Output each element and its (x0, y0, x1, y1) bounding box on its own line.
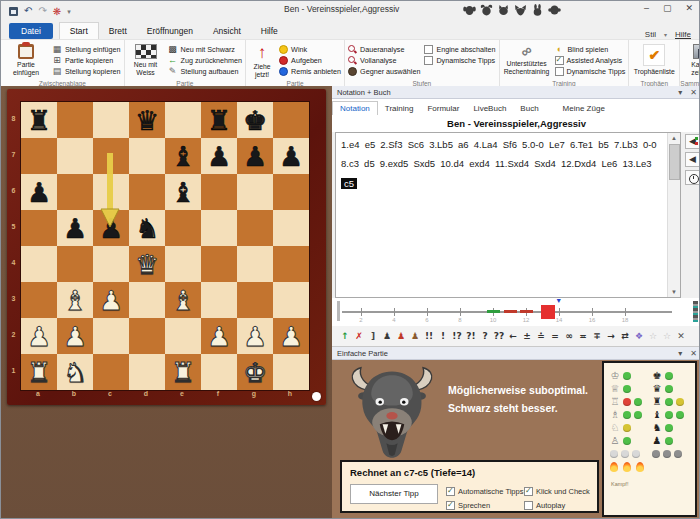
annotation-symbol-22[interactable]: ☆ (646, 331, 660, 341)
rechentraining-button[interactable]: ∞ Unterstütztes Rechentraining (503, 42, 551, 77)
checkbox-checked-icon (524, 487, 533, 496)
status-dot-green (634, 398, 642, 406)
flame-icon (610, 462, 618, 472)
white-piece-g1[interactable]: ♚ (237, 354, 273, 390)
daueranalyse-button[interactable]: Daueranalyse (348, 45, 420, 54)
group-partie-2: ↑ Ziehe jetzt! Wink Aufgeben Remis anbie… (246, 40, 345, 87)
tab-meine-zuege[interactable]: Meine Züge (556, 102, 612, 115)
square-e5[interactable] (165, 210, 201, 246)
status-dot-green (634, 411, 642, 419)
tab-buch[interactable]: Buch (513, 102, 545, 115)
automatische-tipps-checkbox[interactable]: Automatische Tipps (446, 487, 523, 496)
partie-einfuegen-button[interactable]: Partie einfügen (4, 42, 48, 77)
naechster-tipp-button[interactable]: Nächster Tipp (350, 484, 438, 504)
annotation-symbol-10[interactable]: ? (478, 331, 492, 341)
vollanalyse-button[interactable]: Vollanalyse (348, 56, 420, 65)
annotation-symbol-8[interactable]: !? (450, 331, 464, 341)
tab-notation[interactable]: Notation (332, 101, 378, 116)
checkbox-checked-icon (555, 56, 564, 65)
flame-icon (636, 462, 644, 472)
annotation-symbol-0[interactable]: ↑ (338, 331, 352, 341)
partie-kopieren-button[interactable]: ⊞Partie kopieren (52, 56, 121, 65)
status-dot-darkgray (663, 450, 671, 458)
eval-tick-label: 18 (622, 317, 629, 323)
flames-row (610, 461, 646, 472)
tab-brett[interactable]: Brett (99, 23, 137, 39)
status-dot-lightgray (610, 450, 618, 458)
square-d8[interactable]: ♛ (129, 102, 165, 138)
autoplay-checkbox[interactable]: Autoplay (524, 501, 565, 510)
gegner-auswaehlen-button[interactable]: Gegner auswählen (348, 67, 420, 76)
monkey-icon (548, 4, 561, 16)
black-piece-status-row: ♟ (652, 435, 673, 446)
annotation-symbol-19[interactable]: → (604, 331, 618, 341)
zug-zuruecknehmen-button[interactable]: ←Zug zurücknehmen (168, 56, 243, 65)
ribbon: Partie einfügen ▦Stellung einfügen ⊞Part… (1, 39, 700, 88)
square-e8[interactable] (165, 102, 201, 138)
eval-tick-label: 8 (458, 317, 461, 323)
group-stufen: Daueranalyse Vollanalyse Gegner auswähle… (345, 40, 500, 87)
black-piece-status-row: ♝ (652, 409, 684, 420)
square-b8[interactable] (57, 102, 93, 138)
close-button[interactable]: ✕ (685, 3, 693, 13)
square-a3[interactable] (21, 282, 57, 318)
status-dot-green (665, 424, 673, 432)
square-a6[interactable]: ♟ (21, 174, 57, 210)
square-c7[interactable] (93, 138, 129, 174)
white-piece-f2[interactable]: ♟ (201, 318, 237, 354)
tab-training[interactable]: Training (378, 102, 421, 115)
status-dot-green (665, 398, 673, 406)
piece-glyph: ♖ (610, 396, 620, 407)
annotation-symbol-6[interactable]: !! (422, 331, 436, 341)
board-copy-icon: ▤ (52, 67, 62, 76)
white-piece-status-row: ♙ (610, 435, 631, 446)
square-h4[interactable] (273, 246, 309, 282)
file-label-c: c (92, 390, 128, 397)
square-d5[interactable]: ♞ (129, 210, 165, 246)
square-f5[interactable] (201, 210, 237, 246)
pane-collapse-icon[interactable]: ▾ (678, 86, 682, 99)
black-piece-g8[interactable]: ♚ (237, 102, 273, 138)
square-h8[interactable] (273, 102, 309, 138)
annotation-symbol-1[interactable]: ✗ (352, 331, 366, 341)
black-piece-f7[interactable]: ♟ (201, 138, 237, 174)
square-h7[interactable]: ♟ (273, 138, 309, 174)
square-g4[interactable] (237, 246, 273, 282)
square-g1[interactable]: ♚ (237, 354, 273, 390)
white-piece-c3[interactable]: ♟ (93, 282, 129, 318)
stellung-aufbauen-button[interactable]: ✎Stellung aufbauen (168, 67, 243, 76)
stellung-einfuegen-button[interactable]: ▦Stellung einfügen (52, 45, 121, 54)
piece-glyph: ♟ (652, 435, 662, 446)
title-bar: ↶ ↷ ❋ ▾ Ben - Vereinsspieler,Aggressiv –… (1, 1, 700, 21)
rabbit-icon (531, 4, 544, 16)
flame-icon (623, 462, 631, 472)
black-extra-dots-row (652, 448, 682, 459)
file-label-h: h (272, 390, 308, 397)
annotation-symbol-4[interactable]: ♟ (394, 331, 408, 341)
einfache-partie-header: Einfache Partie ▾✕ (332, 347, 700, 360)
tab-eroeffnungen[interactable]: Eröffnungen (137, 23, 203, 39)
rank-label-2: 2 (9, 317, 18, 353)
square-b2[interactable]: ♟ (57, 318, 93, 354)
square-d2[interactable] (129, 318, 165, 354)
status-dot-red (623, 398, 631, 406)
group-trophaen: ✔ Trophäenliste Trophäen (629, 40, 680, 87)
green-left-arrow-icon: ← (168, 56, 178, 65)
square-e7[interactable]: ♝ (165, 138, 201, 174)
group-zwischenablage: Partie einfügen ▦Stellung einfügen ⊞Part… (1, 40, 125, 87)
square-b5[interactable]: ♟ (57, 210, 93, 246)
sprechen-checkbox[interactable]: Sprechen (446, 501, 490, 510)
file-label-a: a (20, 390, 56, 397)
square-b4[interactable] (57, 246, 93, 282)
square-f8[interactable]: ♜ (201, 102, 237, 138)
black-piece-g7[interactable]: ♟ (237, 138, 273, 174)
square-e1[interactable]: ♜ (165, 354, 201, 390)
stil-menu[interactable]: Stil (645, 30, 656, 39)
white-piece-h2[interactable]: ♟ (273, 318, 309, 354)
black-piece-b5[interactable]: ♟ (57, 210, 93, 246)
black-piece-a8[interactable]: ♜ (21, 102, 57, 138)
square-a8[interactable]: ♜ (21, 102, 57, 138)
tip-box: Rechnet an c7-c5 (Tiefe=14) Nächster Tip… (340, 460, 599, 513)
checkbox-icon (555, 67, 564, 76)
piece-glyph: ♔ (610, 370, 620, 381)
square-f2[interactable]: ♟ (201, 318, 237, 354)
remis-anbieten-button[interactable]: Remis anbieten (279, 67, 341, 76)
card-photo-icon (693, 44, 700, 59)
square-c1[interactable] (93, 354, 129, 390)
annotation-symbol-2[interactable]: ] (366, 331, 380, 341)
square-g5[interactable] (237, 210, 273, 246)
annotation-symbol-9[interactable]: ?! (464, 331, 478, 341)
move-list[interactable]: 1.e4 e5 2.Sf3 Sc6 3.Lb5 a6 4.La4 Sf6 5.0… (341, 135, 664, 193)
evaluation-bar[interactable]: 24681012141618 ▼ (332, 298, 700, 327)
white-piece-b1[interactable]: ♞ (57, 354, 93, 390)
tabrow-right: Stil ▾ Hilfe (645, 30, 700, 39)
checkbox-icon (424, 45, 433, 54)
notation-pane-header: Notation + Buch ▾✕ (332, 86, 700, 99)
square-f3[interactable] (201, 282, 237, 318)
white-piece-status-row: ♗ (610, 409, 642, 420)
annotation-symbol-12[interactable]: ← (506, 331, 520, 341)
piece-glyph: ♝ (652, 409, 662, 420)
square-e2[interactable] (165, 318, 201, 354)
group-sammelkarten: Karten zeigen Sammelkarten (680, 40, 700, 87)
square-b3[interactable]: ♝ (57, 282, 93, 318)
white-piece-d4[interactable]: ♛ (129, 246, 165, 282)
eval-mark-move-12 (520, 310, 533, 313)
piece-glyph: ♞ (652, 422, 662, 433)
partie-einfuegen-label: Partie einfügen (4, 61, 48, 77)
trophaenliste-button[interactable]: ✔ Trophäenliste (632, 42, 676, 77)
white-piece-b3[interactable]: ♝ (57, 282, 93, 318)
black-piece-d8[interactable]: ♛ (129, 102, 165, 138)
status-dot-darkgray (674, 450, 682, 458)
square-a7[interactable] (21, 138, 57, 174)
rank-label-1: 1 (9, 353, 18, 389)
square-d6[interactable] (129, 174, 165, 210)
black-piece-h7[interactable]: ♟ (273, 138, 309, 174)
rank-label-3: 3 (9, 281, 18, 317)
board-grid-icon: ▦ (52, 45, 62, 54)
blind-spielen-button[interactable]: ◐Blind spielen (555, 45, 626, 54)
kampf-label: Kampf! (611, 481, 628, 487)
annotation-symbol-18[interactable]: ∓ (590, 331, 604, 341)
black-piece-a6[interactable]: ♟ (21, 174, 57, 210)
square-h1[interactable] (273, 354, 309, 390)
side-to-move-indicator (312, 392, 321, 401)
piece-glyph: ♕ (610, 383, 620, 394)
tab-livebuch[interactable]: LiveBuch (466, 102, 513, 115)
square-a2[interactable]: ♟ (21, 318, 57, 354)
annotation-symbol-20[interactable]: ⇄ (618, 331, 632, 341)
white-piece-e3[interactable]: ♝ (165, 282, 201, 318)
chess-board[interactable]: ♜♛♜♚♝♟♟♟♟♝♟♟♞♛♝♟♝♟♟♟♟♟♜♞♜♚ (20, 101, 310, 391)
dynamische-tipps-checkbox[interactable]: Dynamische Tipps (424, 56, 495, 65)
checkbox-checked-icon (446, 487, 455, 496)
square-g6[interactable] (237, 174, 273, 210)
square-c6[interactable] (93, 174, 129, 210)
rank-label-5: 5 (9, 209, 18, 245)
engine-abschalten-checkbox[interactable]: Engine abschalten (424, 45, 495, 54)
square-c2[interactable] (93, 318, 129, 354)
karten-zeigen-button[interactable]: Karten zeigen (683, 42, 700, 77)
square-b1[interactable]: ♞ (57, 354, 93, 390)
tab-datei[interactable]: Datei (9, 23, 53, 39)
cat-icon (497, 4, 510, 16)
white-piece-a1[interactable]: ♜ (21, 354, 57, 390)
annotation-symbol-17[interactable]: ≖ (576, 331, 590, 341)
annotation-symbol-15[interactable]: = (548, 331, 562, 341)
scroll-down-icon[interactable]: ▼ (668, 287, 680, 297)
square-d3[interactable] (129, 282, 165, 318)
piece-glyph: ♛ (652, 383, 662, 394)
eval-tick (625, 308, 626, 316)
piece-glyph: ♙ (610, 435, 620, 446)
eval-mark-move-10 (487, 310, 500, 313)
qa-dropdown-icon[interactable]: ▾ (67, 8, 71, 15)
redo-icon[interactable]: ↷ (38, 6, 46, 16)
eval-position-marker: ▼ (555, 297, 562, 304)
rank-label-6: 6 (9, 173, 18, 209)
square-h5[interactable] (273, 210, 309, 246)
tab-hilfe[interactable]: Hilfe (251, 23, 288, 39)
opponent-face-icon (348, 67, 357, 76)
black-piece-d5[interactable]: ♞ (129, 210, 165, 246)
black-piece-e7[interactable]: ♝ (165, 138, 201, 174)
square-d1[interactable] (129, 354, 165, 390)
wink-button[interactable]: Wink (279, 45, 341, 54)
eval-tick-label: 12 (523, 317, 530, 323)
white-piece-e1[interactable]: ♜ (165, 354, 201, 390)
eval-tick (559, 308, 560, 316)
square-c3[interactable]: ♟ (93, 282, 129, 318)
pane-close-icon[interactable]: ✕ (690, 86, 697, 99)
green-dot (695, 137, 698, 140)
white-piece-a2[interactable]: ♟ (21, 318, 57, 354)
magnifier-icon (348, 45, 357, 54)
square-f6[interactable] (201, 174, 237, 210)
annotation-symbol-23[interactable]: ☆ (660, 331, 674, 341)
white-piece-status-row: ♖ (610, 396, 642, 407)
square-f7[interactable]: ♟ (201, 138, 237, 174)
dynamische-tipps-2-checkbox[interactable]: Dynamische Tipps (555, 67, 626, 76)
trophaenliste-label: Trophäenliste (634, 68, 675, 76)
square-g8[interactable]: ♚ (237, 102, 273, 138)
neu-mit-schwarz-button[interactable]: ▩Neu mit Schwarz (168, 45, 243, 54)
dog-icon (463, 4, 476, 16)
ziehe-jetzt-label: Ziehe jetzt! (249, 63, 275, 79)
handcuffs-icon: ∞ (518, 42, 535, 60)
takeback-button[interactable]: ◀ (685, 152, 700, 167)
annotation-toolbar: ↑✗]♟♟♟!!!!??!???←±≐=∞≖∓→⇄❖☆☆✕ (332, 326, 700, 347)
group-partie-1: Neu mit Weiss ▩Neu mit Schwarz ←Zug zurü… (125, 40, 247, 87)
neu-mit-weiss-label: Neu mit Weiss (128, 61, 164, 77)
klick-und-check-checkbox[interactable]: Klick und Check (524, 487, 590, 496)
annotation-symbol-11[interactable]: ?? (492, 331, 506, 341)
square-a5[interactable] (21, 210, 57, 246)
eval-mark-move-11 (504, 310, 517, 313)
square-c4[interactable] (93, 246, 129, 282)
neu-mit-weiss-button[interactable]: Neu mit Weiss (128, 42, 164, 77)
square-g2[interactable]: ♟ (237, 318, 273, 354)
annotation-symbol-21[interactable]: ❖ (632, 331, 646, 341)
square-a1[interactable]: ♜ (21, 354, 57, 390)
rechentraining-label: Unterstütztes Rechentraining (503, 60, 551, 76)
notation-pane-title: Notation + Buch (337, 88, 391, 97)
annotation-symbol-14[interactable]: ≐ (534, 331, 548, 341)
square-c8[interactable] (93, 102, 129, 138)
annotation-symbol-13[interactable]: ± (520, 331, 534, 341)
board-panel: ♜♛♜♚♝♟♟♟♟♝♟♟♞♛♝♟♝♟♟♟♟♟♜♞♜♚ 87654321 abcd… (1, 86, 332, 519)
hilfe-link[interactable]: Hilfe (675, 30, 691, 39)
piece-glyph: ♚ (652, 370, 662, 381)
tab-start[interactable]: Start (59, 22, 99, 39)
status-dot-green (623, 437, 631, 445)
eval-tick (361, 308, 362, 316)
undo-icon[interactable]: ↶ (24, 6, 32, 16)
square-e4[interactable] (165, 246, 201, 282)
pencil-icon: ✎ (168, 67, 178, 76)
black-piece-f8[interactable]: ♜ (201, 102, 237, 138)
status-dot-darkgray (652, 450, 660, 458)
square-e3[interactable]: ♝ (165, 282, 201, 318)
eval-zoom-widget[interactable] (693, 301, 698, 322)
square-d7[interactable] (129, 138, 165, 174)
pane-close-icon[interactable]: ✕ (690, 347, 697, 360)
annotation-symbol-5[interactable]: ♟ (408, 331, 422, 341)
trophy-check-icon: ✔ (643, 44, 665, 66)
square-h2[interactable]: ♟ (273, 318, 309, 354)
black-piece-e6[interactable]: ♝ (165, 174, 201, 210)
square-d4[interactable]: ♛ (129, 246, 165, 282)
engine-icon[interactable]: ❋ (53, 6, 61, 17)
window-title: Ben - Vereinsspieler,Aggressiv (284, 4, 399, 14)
ziehe-jetzt-button[interactable]: ↑ Ziehe jetzt! (249, 42, 275, 77)
tab-ansicht[interactable]: Ansicht (203, 23, 251, 39)
white-piece-g2[interactable]: ♟ (237, 318, 273, 354)
square-g3[interactable] (237, 282, 273, 318)
square-a4[interactable] (21, 246, 57, 282)
annotation-symbol-16[interactable]: ∞ (562, 331, 576, 341)
dark-board-icon: ▩ (168, 45, 178, 54)
black-piece-c5[interactable]: ♟ (93, 210, 129, 246)
minimize-button[interactable]: – (644, 3, 649, 13)
save-icon[interactable] (9, 7, 18, 16)
assisted-analysis-checkbox[interactable]: Assisted Analysis (555, 56, 626, 65)
piece-status-box: ♔♕♖♗♘♙♚♛♜♝♞♟ Kampf! (602, 361, 697, 517)
draw-offer-icon (279, 67, 288, 76)
moves-scrollbar[interactable]: ▲ ▼ (667, 133, 680, 297)
takeback-engine-button[interactable]: ◀ (685, 134, 700, 149)
square-c5[interactable]: ♟ (93, 210, 129, 246)
bull-icon (480, 4, 493, 16)
square-e6[interactable]: ♝ (165, 174, 201, 210)
pane-collapse-icon[interactable]: ▾ (678, 347, 682, 360)
checkbox-checked-icon (446, 501, 455, 510)
white-piece-b2[interactable]: ♟ (57, 318, 93, 354)
square-f4[interactable] (201, 246, 237, 282)
moves-box[interactable]: 1.e4 e5 2.Sf3 Sc6 3.Lb5 a6 4.La4 Sf6 5.0… (335, 132, 681, 298)
scroll-up-icon[interactable]: ▲ (668, 133, 680, 143)
quick-access-toolbar: ↶ ↷ ❋ ▾ (1, 6, 71, 17)
current-move[interactable]: c5 (341, 178, 357, 189)
group-training: ∞ Unterstütztes Rechentraining ◐Blind sp… (500, 40, 630, 87)
square-h3[interactable] (273, 282, 309, 318)
square-f1[interactable] (201, 354, 237, 390)
status-dot-green (623, 372, 631, 380)
rank-label-7: 7 (9, 137, 18, 173)
file-label-b: b (56, 390, 92, 397)
white-piece-status-row: ♔ (610, 370, 631, 381)
einfache-partie-title: Einfache Partie (337, 349, 388, 358)
eval-tick (427, 308, 428, 316)
karten-zeigen-label: Karten zeigen (683, 61, 700, 77)
status-dot-yellow (676, 398, 684, 406)
game-header: Ben - Vereinsspieler,Aggressiv (332, 115, 700, 132)
clock-icon (689, 174, 699, 184)
rank-label-4: 4 (9, 245, 18, 281)
scroll-thumb[interactable] (669, 144, 680, 180)
eval-mark-move-13 (541, 305, 555, 319)
square-g7[interactable]: ♟ (237, 138, 273, 174)
chessboard-icon (135, 44, 157, 59)
eval-tick-label: 10 (490, 317, 497, 323)
eval-tick (394, 308, 395, 316)
eval-tick-label: 16 (589, 317, 596, 323)
tab-formular[interactable]: Formular (420, 102, 466, 115)
status-dot-green (623, 385, 631, 393)
annotation-symbol-24[interactable]: ✕ (674, 331, 688, 341)
square-h6[interactable] (273, 174, 309, 210)
blindfold-icon: ◐ (555, 45, 565, 54)
white-piece-status-row: ♘ (610, 422, 631, 433)
stellung-kopieren-button[interactable]: ▤Stellung kopieren (52, 67, 121, 76)
window-controls: – ▢ ✕ (644, 3, 693, 13)
tip-title: Rechnet an c7-c5 (Tiefe=14) (350, 467, 475, 478)
annotation-symbol-3[interactable]: ♟ (380, 331, 394, 341)
square-b6[interactable] (57, 174, 93, 210)
clock-button[interactable] (685, 170, 700, 185)
file-label-e: e (164, 390, 200, 397)
annotation-symbol-7[interactable]: ! (436, 331, 450, 341)
maximize-button[interactable]: ▢ (663, 3, 672, 13)
square-b7[interactable] (57, 138, 93, 174)
aufgeben-button[interactable]: Aufgeben (279, 56, 341, 65)
